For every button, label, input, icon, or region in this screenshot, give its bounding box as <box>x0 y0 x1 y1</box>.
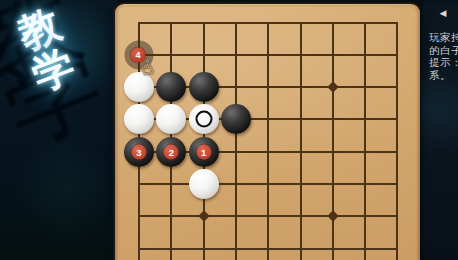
star-point <box>327 81 338 92</box>
collapse-panel-button[interactable]: ◀ <box>436 6 450 20</box>
stone-white <box>189 169 219 199</box>
tutorial-text-line: 玩家持 <box>429 31 458 44</box>
stone-white <box>189 104 219 134</box>
grid-line-horizontal <box>138 215 398 217</box>
tutorial-text-line: 提示： <box>429 56 458 69</box>
grid-line-vertical <box>300 22 302 260</box>
stone-black <box>221 104 251 134</box>
grid-line-horizontal <box>138 183 398 185</box>
stone-black: 1 <box>189 137 219 167</box>
stone-black: 2 <box>156 137 186 167</box>
tutorial-text-panel: ◀ 玩家持 的白子 提示： 系。 <box>420 0 458 260</box>
stone-black: 3 <box>124 137 154 167</box>
circle-marker <box>195 111 212 128</box>
tutorial-text-line: 的白子 <box>429 44 458 57</box>
board-layer: 3214☝ <box>115 4 420 260</box>
grid-line-horizontal <box>138 248 398 250</box>
stone-black <box>189 72 219 102</box>
go-tutorial-screen: 教 学 教 学 3214☝ ◀ 玩家持 的白子 提示： 系。 <box>0 0 458 260</box>
star-point <box>327 211 338 222</box>
grid-line-vertical <box>235 22 237 260</box>
left-decor-panel: 教 学 教 学 <box>0 0 118 260</box>
move-number-badge: 3 <box>132 144 147 159</box>
move-number-badge: 1 <box>196 144 211 159</box>
tutorial-text-paragraph: 玩家持 的白子 <box>429 31 458 56</box>
grid-line-vertical <box>267 22 269 260</box>
stone-black <box>156 72 186 102</box>
grid-line-vertical <box>364 22 366 260</box>
tutorial-hint-paragraph: 提示： 系。 <box>429 56 458 81</box>
stone-white <box>156 104 186 134</box>
tutorial-text-line: 系。 <box>429 69 458 82</box>
stone-white <box>124 104 154 134</box>
go-board[interactable]: 3214☝ <box>115 4 420 260</box>
grid-line-vertical <box>332 22 334 260</box>
move-number-badge: 2 <box>164 144 179 159</box>
star-point <box>198 211 209 222</box>
grid-line-vertical <box>396 22 398 260</box>
